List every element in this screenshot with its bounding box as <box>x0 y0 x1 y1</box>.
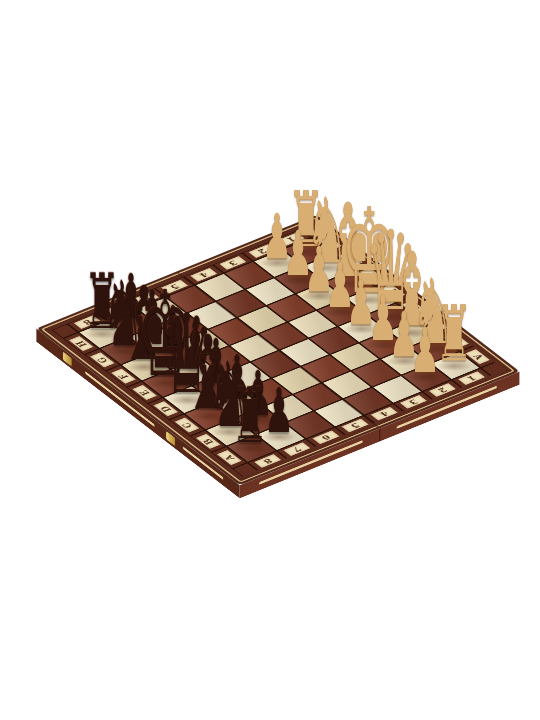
piece-white-rook-a1[interactable]: ♜ <box>436 298 473 370</box>
piece-white-pawn-a2[interactable]: ♟ <box>410 322 440 381</box>
piece-black-pawn-a7[interactable]: ♟ <box>264 381 294 440</box>
product-photo-stage: 87654321HHGGFFEEDDCCBBAA87654321 ♜♞♝♛♚♝♞… <box>0 0 540 720</box>
pieces-layer: ♜♞♝♛♚♝♞♜♟♟♟♟♟♟♟♟♟♟♟♟♟♟♟♟♜♞♝♛♚♝♞♜ <box>0 0 540 720</box>
piece-black-rook-a8[interactable]: ♜ <box>232 381 269 453</box>
